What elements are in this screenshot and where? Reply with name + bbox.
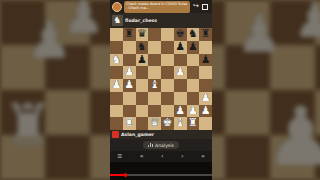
square-e8[interactable]	[161, 28, 174, 41]
square-f1[interactable]: ♝	[174, 117, 187, 130]
square-e6[interactable]	[161, 54, 174, 67]
piece-white-rook[interactable]: ♜	[123, 117, 136, 130]
piece-white-rook[interactable]: ♜	[187, 117, 200, 130]
background-piece: ♟	[293, 0, 320, 44]
opponent-name[interactable]: fiodar_chess	[125, 18, 157, 23]
analysis-label: Analysis	[155, 143, 174, 148]
square-a8[interactable]	[110, 28, 123, 41]
fullscreen-icon[interactable]	[202, 4, 208, 10]
piece-white-pawn[interactable]: ♟	[123, 79, 136, 92]
piece-black-queen[interactable]: ♛	[136, 28, 149, 41]
square-a7[interactable]	[110, 41, 123, 54]
square-h5[interactable]	[199, 66, 212, 79]
square-g7[interactable]: ♟	[187, 41, 200, 54]
piece-white-pawn[interactable]: ♟	[110, 79, 123, 92]
player-bar: Aslan_gamer	[110, 130, 212, 139]
square-b8[interactable]: ♜	[123, 28, 136, 41]
video-top-overlay: Check mates Board in COVID Rules - Check…	[110, 0, 212, 13]
square-f7[interactable]: ♟	[174, 41, 187, 54]
square-c6[interactable]: ♟	[136, 54, 149, 67]
piece-white-bishop[interactable]: ♝	[148, 79, 161, 92]
square-c4[interactable]	[136, 79, 149, 92]
game-toolbar: Analysis	[110, 139, 212, 151]
square-g4[interactable]	[187, 79, 200, 92]
square-e7[interactable]	[161, 41, 174, 54]
square-e5[interactable]	[161, 66, 174, 79]
square-h3[interactable]: ♟	[199, 92, 212, 105]
square-g3[interactable]	[187, 92, 200, 105]
square-d4[interactable]: ♝	[148, 79, 161, 92]
analysis-button[interactable]: Analysis	[143, 141, 179, 149]
square-d1[interactable]: ♛	[148, 117, 161, 130]
square-b4[interactable]: ♟	[123, 79, 136, 92]
player-name[interactable]: Aslan_gamer	[121, 132, 154, 137]
piece-black-rook[interactable]: ♜	[199, 28, 212, 41]
square-a3[interactable]	[110, 92, 123, 105]
piece-black-rook[interactable]: ♜	[123, 28, 136, 41]
piece-black-pawn[interactable]: ♟	[199, 54, 212, 67]
square-a1[interactable]	[110, 117, 123, 130]
channel-avatar[interactable]	[112, 2, 122, 12]
piece-white-knight[interactable]: ♞	[110, 54, 123, 67]
chess-board[interactable]: ♜♛♚♞♜♞♟♟♞♟♟♟♟♟♟♝♟♟♟♟♜♛♚♝♜	[110, 28, 212, 130]
square-e3[interactable]	[161, 92, 174, 105]
piece-black-pawn[interactable]: ♟	[136, 54, 149, 67]
square-g5[interactable]	[187, 66, 200, 79]
background-piece: ♟	[236, 8, 283, 60]
piece-black-pawn[interactable]: ♟	[174, 41, 187, 54]
square-f4[interactable]	[174, 79, 187, 92]
opponent-avatar[interactable]: ♞	[112, 15, 123, 26]
video-letterbox-bottom	[110, 162, 212, 180]
piece-black-pawn[interactable]: ♟	[187, 41, 200, 54]
video-content-strip: Check mates Board in COVID Rules - Check…	[110, 0, 212, 180]
piece-white-pawn[interactable]: ♟	[174, 66, 187, 79]
square-g6[interactable]	[187, 54, 200, 67]
square-h7[interactable]	[199, 41, 212, 54]
jump-start-icon[interactable]: «	[140, 151, 144, 162]
square-c5[interactable]	[136, 66, 149, 79]
jump-end-icon[interactable]: »	[201, 151, 205, 162]
square-h1[interactable]	[199, 117, 212, 130]
back-icon[interactable]: ‹	[161, 151, 164, 162]
background-piece: ♜	[2, 96, 54, 154]
square-a6[interactable]: ♞	[110, 54, 123, 67]
square-h8[interactable]: ♜	[199, 28, 212, 41]
square-b7[interactable]	[123, 41, 136, 54]
menu-icon[interactable]: ≡	[117, 151, 122, 162]
nav-icon-row: ≡«‹›»	[110, 151, 212, 162]
square-h4[interactable]	[199, 79, 212, 92]
square-b1[interactable]: ♜	[123, 117, 136, 130]
square-d6[interactable]	[148, 54, 161, 67]
square-d8[interactable]	[148, 28, 161, 41]
piece-white-king[interactable]: ♚	[161, 117, 174, 130]
piece-black-knight[interactable]: ♞	[136, 41, 149, 54]
square-g1[interactable]: ♜	[187, 117, 200, 130]
piece-white-pawn[interactable]: ♟	[199, 92, 212, 105]
piece-white-queen[interactable]: ♛	[148, 117, 161, 130]
square-a2[interactable]	[110, 105, 123, 118]
piece-black-king[interactable]: ♚	[174, 28, 187, 41]
piece-black-knight[interactable]: ♞	[187, 28, 200, 41]
square-d7[interactable]	[148, 41, 161, 54]
square-e4[interactable]	[161, 79, 174, 92]
background-piece: ♟	[264, 96, 320, 178]
bar-chart-icon	[148, 143, 153, 148]
square-d3[interactable]	[148, 92, 161, 105]
square-f3[interactable]	[174, 92, 187, 105]
square-a4[interactable]: ♟	[110, 79, 123, 92]
piece-white-pawn[interactable]: ♟	[199, 105, 212, 118]
square-b3[interactable]	[123, 92, 136, 105]
overlay-actions: ↪	[193, 3, 208, 10]
shorts-video-frame: ♟♟♜♟♟♟ Check mates Board in COVID Rules …	[0, 0, 320, 180]
player-avatar[interactable]	[112, 131, 119, 138]
share-icon[interactable]: ↪	[193, 3, 199, 10]
square-c7[interactable]: ♞	[136, 41, 149, 54]
piece-white-bishop[interactable]: ♝	[174, 117, 187, 130]
square-f8[interactable]: ♚	[174, 28, 187, 41]
opponent-player-bar: ♞ fiodar_chess	[110, 13, 212, 28]
video-progress-bar[interactable]	[110, 174, 212, 176]
square-f5[interactable]: ♟	[174, 66, 187, 79]
background-piece: ♟	[62, 0, 105, 40]
square-g8[interactable]: ♞	[187, 28, 200, 41]
square-h2[interactable]: ♟	[199, 105, 212, 118]
video-title: Check mates Board in COVID Rules - Check…	[124, 1, 190, 13]
square-c2[interactable]	[136, 105, 149, 118]
square-h6[interactable]: ♟	[199, 54, 212, 67]
square-c8[interactable]: ♛	[136, 28, 149, 41]
progress-handle[interactable]	[124, 173, 128, 177]
square-c3[interactable]	[136, 92, 149, 105]
square-c1[interactable]	[136, 117, 149, 130]
forward-icon[interactable]: ›	[181, 151, 184, 162]
square-e1[interactable]: ♚	[161, 117, 174, 130]
